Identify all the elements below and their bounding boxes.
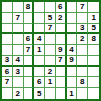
sudoku-cell-empty[interactable] bbox=[77, 13, 88, 24]
sudoku-cell-given[interactable]: 7 bbox=[45, 24, 56, 35]
sudoku-cell-empty[interactable] bbox=[56, 88, 67, 99]
sudoku-cell-given[interactable]: 3 bbox=[77, 24, 88, 35]
sudoku-cell-empty[interactable] bbox=[2, 45, 13, 56]
sudoku-cell-given[interactable]: 6 bbox=[2, 67, 13, 78]
sudoku-cell-empty[interactable] bbox=[34, 13, 45, 24]
sudoku-cell-empty[interactable] bbox=[67, 24, 78, 35]
sudoku-cell-empty[interactable] bbox=[24, 67, 35, 78]
sudoku-cell-empty[interactable] bbox=[45, 56, 56, 67]
sudoku-cell-empty[interactable] bbox=[45, 34, 56, 45]
sudoku-cell-given[interactable]: 7 bbox=[77, 2, 88, 13]
sudoku-cell-given[interactable]: 8 bbox=[88, 34, 99, 45]
sudoku-cell-empty[interactable] bbox=[13, 34, 24, 45]
sudoku-board: 86775217356428719434796327618251 bbox=[0, 0, 101, 101]
sudoku-cell-given[interactable]: 6 bbox=[56, 2, 67, 13]
sudoku-cell-empty[interactable] bbox=[13, 77, 24, 88]
sudoku-cell-given[interactable]: 5 bbox=[34, 88, 45, 99]
sudoku-cell-empty[interactable] bbox=[88, 88, 99, 99]
sudoku-cell-empty[interactable] bbox=[45, 45, 56, 56]
sudoku-cell-empty[interactable] bbox=[24, 88, 35, 99]
sudoku-cell-empty[interactable] bbox=[45, 2, 56, 13]
sudoku-cell-empty[interactable] bbox=[34, 2, 45, 13]
sudoku-cell-empty[interactable] bbox=[88, 77, 99, 88]
sudoku-cell-given[interactable]: 6 bbox=[24, 34, 35, 45]
sudoku-cell-empty[interactable] bbox=[67, 77, 78, 88]
sudoku-cell-empty[interactable] bbox=[13, 2, 24, 13]
sudoku-cell-given[interactable]: 3 bbox=[2, 56, 13, 67]
sudoku-cell-empty[interactable] bbox=[34, 24, 45, 35]
sudoku-cell-empty[interactable] bbox=[24, 24, 35, 35]
sudoku-cell-empty[interactable] bbox=[13, 24, 24, 35]
sudoku-cell-given[interactable]: 2 bbox=[56, 13, 67, 24]
sudoku-cell-empty[interactable] bbox=[67, 2, 78, 13]
sudoku-cell-empty[interactable] bbox=[13, 45, 24, 56]
sudoku-cell-empty[interactable] bbox=[77, 56, 88, 67]
sudoku-cell-empty[interactable] bbox=[2, 2, 13, 13]
sudoku-cell-given[interactable]: 7 bbox=[2, 77, 13, 88]
sudoku-cell-empty[interactable] bbox=[24, 77, 35, 88]
sudoku-cell-given[interactable]: 1 bbox=[34, 45, 45, 56]
sudoku-cell-given[interactable]: 6 bbox=[34, 77, 45, 88]
sudoku-cell-given[interactable]: 3 bbox=[13, 67, 24, 78]
sudoku-cell-empty[interactable] bbox=[88, 45, 99, 56]
sudoku-cell-empty[interactable] bbox=[34, 67, 45, 78]
sudoku-cell-given[interactable]: 1 bbox=[88, 13, 99, 24]
sudoku-cell-empty[interactable] bbox=[45, 88, 56, 99]
sudoku-cell-empty[interactable] bbox=[88, 56, 99, 67]
sudoku-cell-empty[interactable] bbox=[67, 13, 78, 24]
sudoku-cell-empty[interactable] bbox=[2, 13, 13, 24]
sudoku-cell-empty[interactable] bbox=[77, 45, 88, 56]
sudoku-cell-empty[interactable] bbox=[2, 24, 13, 35]
sudoku-cell-empty[interactable] bbox=[77, 67, 88, 78]
sudoku-cell-empty[interactable] bbox=[67, 34, 78, 45]
sudoku-cell-empty[interactable] bbox=[88, 67, 99, 78]
sudoku-cell-empty[interactable] bbox=[34, 56, 45, 67]
sudoku-cell-empty[interactable] bbox=[56, 34, 67, 45]
sudoku-cell-given[interactable]: 5 bbox=[45, 13, 56, 24]
sudoku-cell-given[interactable]: 4 bbox=[34, 34, 45, 45]
sudoku-cell-given[interactable]: 8 bbox=[77, 77, 88, 88]
sudoku-cell-given[interactable]: 1 bbox=[45, 77, 56, 88]
sudoku-cell-empty[interactable] bbox=[67, 67, 78, 78]
sudoku-cell-empty[interactable] bbox=[56, 67, 67, 78]
sudoku-cell-given[interactable]: 1 bbox=[67, 88, 78, 99]
sudoku-cell-given[interactable]: 4 bbox=[13, 56, 24, 67]
sudoku-cell-given[interactable]: 9 bbox=[67, 56, 78, 67]
sudoku-cell-given[interactable]: 7 bbox=[13, 13, 24, 24]
sudoku-cell-given[interactable]: 7 bbox=[24, 45, 35, 56]
sudoku-cell-given[interactable]: 4 bbox=[67, 45, 78, 56]
sudoku-cell-empty[interactable] bbox=[24, 13, 35, 24]
sudoku-cell-empty[interactable] bbox=[56, 24, 67, 35]
sudoku-cell-empty[interactable] bbox=[77, 88, 88, 99]
sudoku-cell-given[interactable]: 8 bbox=[24, 2, 35, 13]
sudoku-cell-empty[interactable] bbox=[56, 77, 67, 88]
sudoku-cell-given[interactable]: 2 bbox=[77, 34, 88, 45]
sudoku-cell-given[interactable]: 7 bbox=[56, 56, 67, 67]
sudoku-cell-empty[interactable] bbox=[88, 2, 99, 13]
sudoku-cell-empty[interactable] bbox=[24, 56, 35, 67]
sudoku-cell-given[interactable]: 2 bbox=[13, 88, 24, 99]
sudoku-cell-given[interactable]: 5 bbox=[88, 24, 99, 35]
sudoku-cell-empty[interactable] bbox=[2, 34, 13, 45]
sudoku-cell-given[interactable]: 2 bbox=[45, 67, 56, 78]
sudoku-cell-empty[interactable] bbox=[2, 88, 13, 99]
sudoku-cell-given[interactable]: 9 bbox=[56, 45, 67, 56]
